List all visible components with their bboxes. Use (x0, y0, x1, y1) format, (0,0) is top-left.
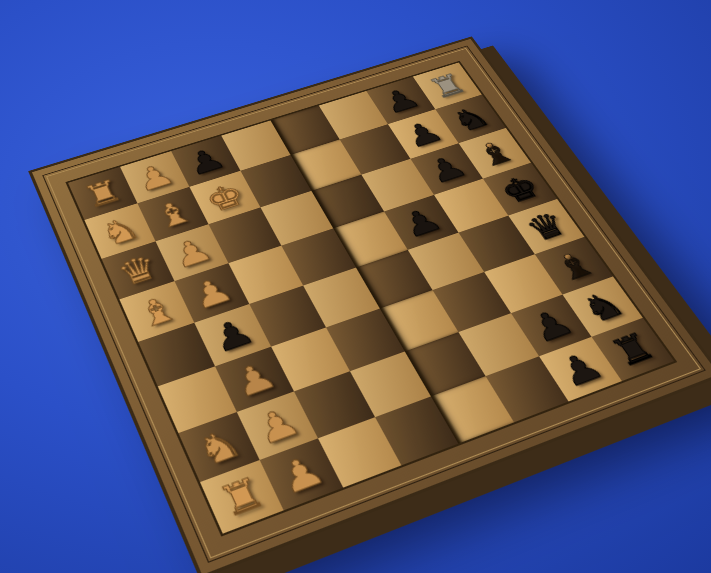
square-d2[interactable]: ♟ (174, 263, 249, 323)
square-h7[interactable]: ♟ (539, 336, 622, 401)
chess-scene: ♜♟♟♟♜♞♝♚♟♞♛♟♟♝♝♟♟♚♟♛♟♝♞♟♟♞♜♟♟♜ (113, 24, 599, 510)
piece-white-pawn-h2[interactable]: ♟ (272, 447, 330, 500)
piece-black-pawn-c7[interactable]: ♟ (421, 150, 472, 188)
square-f2[interactable]: ♟ (215, 346, 294, 411)
board-perspective-wrapper: ♜♟♟♟♜♞♝♚♟♞♛♟♟♝♝♟♟♚♟♛♟♝♞♟♟♞♜♟♟♜ (28, 36, 711, 573)
piece-black-bishop-f8[interactable]: ♝ (546, 244, 601, 286)
piece-black-pawn-d6[interactable]: ♟ (395, 202, 447, 242)
square-g4[interactable] (349, 351, 430, 417)
piece-white-pawn-g2[interactable]: ♟ (248, 400, 305, 450)
piece-black-rook-h8[interactable]: ♜ (603, 326, 661, 372)
piece-white-knight-g1[interactable]: ♞ (190, 421, 247, 472)
square-f3[interactable] (271, 327, 350, 391)
piece-black-pawn-a7[interactable]: ♟ (376, 82, 424, 117)
square-f5[interactable] (379, 290, 458, 351)
piece-black-knight-g8[interactable]: ♞ (574, 284, 631, 328)
square-h8[interactable]: ♜ (591, 317, 674, 380)
piece-black-queen-e8[interactable]: ♛ (519, 206, 573, 246)
piece-black-rook-a8[interactable]: ♜ (423, 68, 471, 102)
piece-white-bishop-b2[interactable]: ♝ (148, 194, 198, 234)
square-e2[interactable]: ♟ (194, 303, 271, 365)
piece-black-knight-b8[interactable]: ♞ (445, 100, 495, 136)
piece-white-pawn-d2[interactable]: ♟ (185, 270, 237, 313)
square-h6[interactable] (485, 356, 568, 422)
piece-white-pawn-c2[interactable]: ♟ (166, 231, 217, 273)
piece-white-rook-a1[interactable]: ♜ (78, 173, 126, 212)
piece-white-knight-b1[interactable]: ♞ (95, 210, 145, 251)
square-f1[interactable] (157, 366, 236, 433)
photo-background: { "game": "chess", "scene": { "descripti… (0, 0, 711, 573)
piece-white-pawn-f2[interactable]: ♟ (226, 355, 281, 403)
square-g6[interactable] (458, 313, 539, 376)
piece-black-bishop-c8[interactable]: ♝ (469, 134, 520, 171)
square-g2[interactable]: ♟ (236, 391, 317, 460)
piece-black-pawn-b7[interactable]: ♟ (398, 115, 448, 151)
piece-white-pawn-a2[interactable]: ♟ (130, 157, 178, 195)
square-h1[interactable]: ♜ (199, 459, 283, 533)
square-h4[interactable] (375, 396, 458, 465)
piece-black-king-d8[interactable]: ♚ (493, 169, 545, 208)
piece-black-pawn-e2[interactable]: ♟ (205, 312, 259, 358)
piece-black-pawn-a3[interactable]: ♟ (181, 142, 229, 179)
square-e3[interactable] (249, 285, 326, 346)
square-g7[interactable]: ♟ (510, 294, 591, 356)
piece-white-bishop-d1[interactable]: ♝ (130, 289, 182, 333)
square-g3[interactable] (293, 371, 374, 438)
square-g1[interactable]: ♞ (178, 411, 259, 481)
square-e4[interactable] (303, 267, 380, 327)
piece-black-pawn-h7[interactable]: ♟ (551, 345, 609, 392)
square-g5[interactable] (404, 332, 485, 396)
square-g8[interactable]: ♞ (562, 276, 642, 336)
piece-black-pawn-g7[interactable]: ♟ (522, 302, 579, 347)
piece-white-rook-h1[interactable]: ♜ (212, 469, 270, 523)
piece-white-king-b3[interactable]: ♚ (200, 177, 250, 216)
piece-white-queen-c1[interactable]: ♛ (112, 248, 163, 290)
square-h3[interactable] (317, 417, 400, 487)
square-h5[interactable] (430, 376, 513, 443)
square-f6[interactable] (432, 271, 510, 331)
chess-board: ♜♟♟♟♜♞♝♚♟♞♛♟♟♝♝♟♟♚♟♛♟♝♞♟♟♞♜♟♟♜ (65, 60, 677, 536)
folding-board-frame: ♜♟♟♟♜♞♝♚♟♞♛♟♟♝♝♟♟♚♟♛♟♝♞♟♟♞♜♟♟♜ (28, 36, 711, 573)
square-e1[interactable] (138, 322, 215, 386)
square-f4[interactable] (326, 308, 405, 371)
square-d1[interactable]: ♝ (119, 281, 194, 342)
square-h2[interactable]: ♟ (259, 438, 343, 510)
